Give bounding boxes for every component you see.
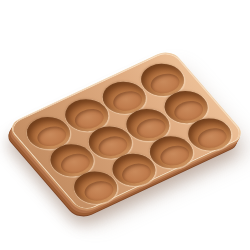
- product-photo-canvas: [0, 0, 250, 250]
- muffin-pan: [6, 48, 247, 213]
- muffin-cup-grid: [7, 49, 245, 212]
